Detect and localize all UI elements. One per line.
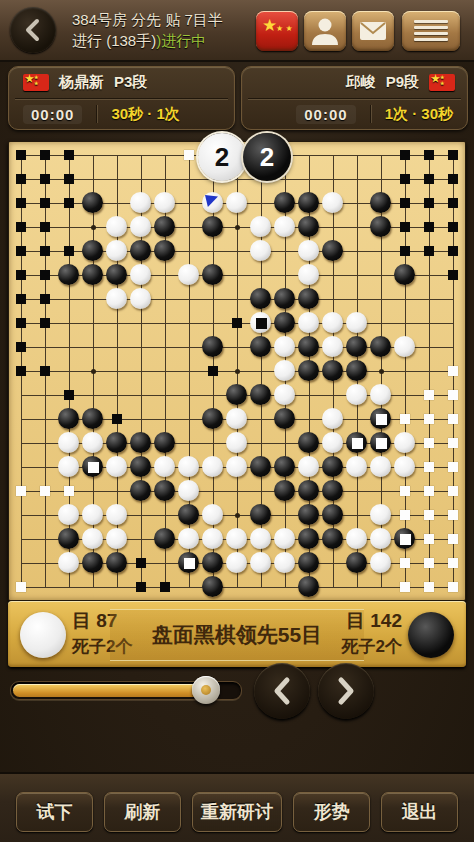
board-cell[interactable] xyxy=(33,191,57,215)
board-cell[interactable] xyxy=(321,215,345,239)
board-cell[interactable] xyxy=(177,359,201,383)
board-cell[interactable] xyxy=(273,359,297,383)
board-cell[interactable] xyxy=(417,383,441,407)
board-cell[interactable] xyxy=(321,239,345,263)
menu-button[interactable] xyxy=(402,11,460,51)
board-cell[interactable] xyxy=(225,239,249,263)
board-cell[interactable] xyxy=(321,263,345,287)
board-cell[interactable] xyxy=(153,527,177,551)
board-cell[interactable] xyxy=(81,263,105,287)
board-cell[interactable] xyxy=(33,311,57,335)
board-cell[interactable] xyxy=(57,503,81,527)
board-cell[interactable] xyxy=(273,431,297,455)
board-cell[interactable] xyxy=(273,407,297,431)
board-cell[interactable] xyxy=(345,431,369,455)
board-cell[interactable] xyxy=(153,407,177,431)
board-cell[interactable] xyxy=(441,191,465,215)
board-cell[interactable] xyxy=(273,383,297,407)
board-cell[interactable] xyxy=(129,575,153,599)
board-cell[interactable] xyxy=(369,335,393,359)
board-cell[interactable] xyxy=(369,455,393,479)
board-cell[interactable] xyxy=(153,455,177,479)
board-cell[interactable] xyxy=(9,407,33,431)
board-cell[interactable] xyxy=(393,239,417,263)
board-cell[interactable] xyxy=(9,311,33,335)
board-cell[interactable] xyxy=(417,407,441,431)
board-cell[interactable] xyxy=(249,383,273,407)
board-cell[interactable] xyxy=(201,551,225,575)
board-cell[interactable] xyxy=(9,431,33,455)
board-cell[interactable] xyxy=(153,575,177,599)
board-cell[interactable] xyxy=(273,527,297,551)
previous-move-button[interactable] xyxy=(254,663,310,719)
board-cell[interactable] xyxy=(33,383,57,407)
board-cell[interactable] xyxy=(9,383,33,407)
board-cell[interactable] xyxy=(393,407,417,431)
board-cell[interactable] xyxy=(345,407,369,431)
board-cell[interactable] xyxy=(345,311,369,335)
board-cell[interactable] xyxy=(393,503,417,527)
try-move-button[interactable]: 试下 xyxy=(16,792,93,832)
board-cell[interactable] xyxy=(81,527,105,551)
board-cell[interactable] xyxy=(417,479,441,503)
board-cell[interactable] xyxy=(201,431,225,455)
board-cell[interactable] xyxy=(441,575,465,599)
board-cell[interactable] xyxy=(9,191,33,215)
board-cell[interactable] xyxy=(297,575,321,599)
board-cell[interactable] xyxy=(57,455,81,479)
board-cell[interactable] xyxy=(33,527,57,551)
board-cell[interactable] xyxy=(441,287,465,311)
board-cell[interactable] xyxy=(321,527,345,551)
board-cell[interactable] xyxy=(129,527,153,551)
board-cell[interactable] xyxy=(153,263,177,287)
board-cell[interactable] xyxy=(153,311,177,335)
board-cell[interactable] xyxy=(297,407,321,431)
board-cell[interactable] xyxy=(417,311,441,335)
next-move-button[interactable] xyxy=(318,663,374,719)
board-cell[interactable] xyxy=(225,215,249,239)
board-cell[interactable] xyxy=(417,239,441,263)
board-cell[interactable] xyxy=(441,311,465,335)
board-cell[interactable] xyxy=(297,455,321,479)
board-cell[interactable] xyxy=(249,191,273,215)
board-cell[interactable] xyxy=(345,503,369,527)
board-cell[interactable] xyxy=(225,575,249,599)
board-cell[interactable] xyxy=(201,479,225,503)
board-cell[interactable] xyxy=(33,335,57,359)
refresh-button[interactable]: 刷新 xyxy=(104,792,181,832)
board-cell[interactable] xyxy=(177,575,201,599)
board-cell[interactable] xyxy=(129,479,153,503)
board-cell[interactable] xyxy=(9,359,33,383)
board-cell[interactable] xyxy=(249,527,273,551)
board-cell[interactable] xyxy=(33,287,57,311)
board-cell[interactable] xyxy=(225,527,249,551)
board-cell[interactable] xyxy=(105,287,129,311)
board-cell[interactable] xyxy=(417,263,441,287)
board-cell[interactable] xyxy=(105,167,129,191)
board-cell[interactable] xyxy=(297,263,321,287)
board-cell[interactable] xyxy=(369,575,393,599)
board-cell[interactable] xyxy=(345,479,369,503)
board-cell[interactable] xyxy=(9,527,33,551)
board-cell[interactable] xyxy=(57,359,81,383)
board-cell[interactable] xyxy=(393,479,417,503)
board-cell[interactable] xyxy=(393,215,417,239)
board-cell[interactable] xyxy=(81,575,105,599)
board-cell[interactable] xyxy=(57,215,81,239)
board-cell[interactable] xyxy=(9,263,33,287)
board-cell[interactable] xyxy=(369,311,393,335)
board-cell[interactable] xyxy=(105,455,129,479)
board-cell[interactable] xyxy=(225,407,249,431)
board-cell[interactable] xyxy=(177,215,201,239)
board-cell[interactable] xyxy=(297,503,321,527)
board-cell[interactable] xyxy=(249,287,273,311)
board-cell[interactable] xyxy=(153,503,177,527)
board-cell[interactable] xyxy=(81,455,105,479)
board-cell[interactable] xyxy=(273,215,297,239)
board-cell[interactable] xyxy=(225,455,249,479)
board-cell[interactable] xyxy=(249,503,273,527)
board-cell[interactable] xyxy=(81,167,105,191)
board-cell[interactable] xyxy=(81,407,105,431)
board-cell[interactable] xyxy=(33,359,57,383)
board-cell[interactable] xyxy=(321,479,345,503)
board-cell[interactable] xyxy=(9,575,33,599)
board-cell[interactable] xyxy=(33,215,57,239)
board-cell[interactable] xyxy=(369,263,393,287)
board-cell[interactable] xyxy=(297,551,321,575)
board-cell[interactable] xyxy=(129,311,153,335)
board-cell[interactable] xyxy=(105,407,129,431)
board-cell[interactable] xyxy=(81,215,105,239)
board-cell[interactable] xyxy=(417,143,441,167)
board-cell[interactable] xyxy=(57,335,81,359)
board-cell[interactable] xyxy=(153,167,177,191)
board-cell[interactable] xyxy=(369,287,393,311)
board-cell[interactable] xyxy=(81,479,105,503)
board-cell[interactable] xyxy=(417,575,441,599)
board-cell[interactable] xyxy=(249,359,273,383)
board-cell[interactable] xyxy=(321,359,345,383)
board-cell[interactable] xyxy=(321,143,345,167)
board-cell[interactable] xyxy=(57,407,81,431)
board-cell[interactable] xyxy=(345,527,369,551)
board-cell[interactable] xyxy=(393,191,417,215)
board-cell[interactable] xyxy=(297,431,321,455)
board-cell[interactable] xyxy=(249,455,273,479)
board-cell[interactable] xyxy=(177,503,201,527)
board-cell[interactable] xyxy=(249,335,273,359)
board-cell[interactable] xyxy=(441,503,465,527)
board-cell[interactable] xyxy=(249,311,273,335)
board-cell[interactable] xyxy=(249,551,273,575)
board-cell[interactable] xyxy=(129,167,153,191)
board-cell[interactable] xyxy=(9,143,33,167)
board-cell[interactable] xyxy=(297,215,321,239)
board-cell[interactable] xyxy=(33,239,57,263)
board-cell[interactable] xyxy=(153,479,177,503)
board-cell[interactable] xyxy=(105,359,129,383)
board-cell[interactable] xyxy=(201,575,225,599)
board-cell[interactable] xyxy=(153,143,177,167)
board-cell[interactable] xyxy=(225,335,249,359)
board-cell[interactable] xyxy=(201,359,225,383)
board-cell[interactable] xyxy=(393,527,417,551)
board-cell[interactable] xyxy=(153,191,177,215)
board-cell[interactable] xyxy=(177,527,201,551)
board-cell[interactable] xyxy=(273,311,297,335)
board-cell[interactable] xyxy=(417,167,441,191)
board-cell[interactable] xyxy=(57,575,81,599)
board-cell[interactable] xyxy=(249,215,273,239)
board-cell[interactable] xyxy=(153,335,177,359)
board-cell[interactable] xyxy=(441,359,465,383)
board-cell[interactable] xyxy=(273,503,297,527)
situation-button[interactable]: 形势 xyxy=(293,792,370,832)
board-cell[interactable] xyxy=(441,551,465,575)
board-cell[interactable] xyxy=(249,575,273,599)
board-cell[interactable] xyxy=(81,551,105,575)
board-cell[interactable] xyxy=(393,335,417,359)
board-cell[interactable] xyxy=(129,455,153,479)
board-cell[interactable] xyxy=(393,167,417,191)
board-cell[interactable] xyxy=(369,479,393,503)
board-cell[interactable] xyxy=(33,551,57,575)
board-cell[interactable] xyxy=(225,359,249,383)
board-cell[interactable] xyxy=(297,527,321,551)
board-cell[interactable] xyxy=(201,455,225,479)
board-cell[interactable] xyxy=(417,191,441,215)
board-cell[interactable] xyxy=(57,167,81,191)
board-cell[interactable] xyxy=(201,263,225,287)
board-cell[interactable] xyxy=(297,143,321,167)
board-cell[interactable] xyxy=(177,239,201,263)
board-cell[interactable] xyxy=(321,455,345,479)
board-cell[interactable] xyxy=(57,287,81,311)
board-cell[interactable] xyxy=(153,215,177,239)
board-cell[interactable] xyxy=(105,503,129,527)
board-cell[interactable] xyxy=(225,551,249,575)
board-cell[interactable] xyxy=(297,335,321,359)
board-cell[interactable] xyxy=(369,143,393,167)
board-cell[interactable] xyxy=(129,551,153,575)
board-cell[interactable] xyxy=(297,239,321,263)
board-cell[interactable] xyxy=(177,191,201,215)
board-cell[interactable] xyxy=(393,287,417,311)
board-cell[interactable] xyxy=(9,167,33,191)
board-cell[interactable] xyxy=(57,479,81,503)
board-cell[interactable] xyxy=(57,311,81,335)
board-cell[interactable] xyxy=(9,503,33,527)
board-cell[interactable] xyxy=(33,575,57,599)
board-cell[interactable] xyxy=(105,143,129,167)
board-cell[interactable] xyxy=(177,407,201,431)
board-cell[interactable] xyxy=(345,575,369,599)
board-cell[interactable] xyxy=(33,431,57,455)
board-cell[interactable] xyxy=(249,407,273,431)
board-cell[interactable] xyxy=(33,503,57,527)
board-cell[interactable] xyxy=(225,191,249,215)
board-cell[interactable] xyxy=(297,383,321,407)
board-cell[interactable] xyxy=(129,215,153,239)
board-cell[interactable] xyxy=(105,335,129,359)
board-cell[interactable] xyxy=(345,335,369,359)
board-cell[interactable] xyxy=(273,551,297,575)
board-cell[interactable] xyxy=(321,503,345,527)
board-cell[interactable] xyxy=(345,359,369,383)
board-cell[interactable] xyxy=(57,191,81,215)
board-cell[interactable] xyxy=(393,431,417,455)
board-cell[interactable] xyxy=(417,359,441,383)
board-cell[interactable] xyxy=(153,551,177,575)
board-cell[interactable] xyxy=(105,527,129,551)
board-cell[interactable] xyxy=(177,311,201,335)
board-cell[interactable] xyxy=(345,143,369,167)
board-cell[interactable] xyxy=(441,215,465,239)
board-cell[interactable] xyxy=(369,239,393,263)
board-cell[interactable] xyxy=(321,311,345,335)
board-cell[interactable] xyxy=(225,479,249,503)
board-cell[interactable] xyxy=(417,503,441,527)
board-cell[interactable] xyxy=(105,239,129,263)
board-cell[interactable] xyxy=(249,239,273,263)
board-cell[interactable] xyxy=(273,287,297,311)
board-cell[interactable] xyxy=(297,287,321,311)
board-cell[interactable] xyxy=(441,479,465,503)
board-cell[interactable] xyxy=(105,191,129,215)
flag-button[interactable]: ★ ★ ★ xyxy=(256,11,298,51)
board-cell[interactable] xyxy=(393,359,417,383)
board-cell[interactable] xyxy=(9,287,33,311)
restart-review-button[interactable]: 重新研讨 xyxy=(192,792,282,832)
board-cell[interactable] xyxy=(81,239,105,263)
board-cell[interactable] xyxy=(225,263,249,287)
board-cell[interactable] xyxy=(441,143,465,167)
board-cell[interactable] xyxy=(441,527,465,551)
board-cell[interactable] xyxy=(417,431,441,455)
board-cell[interactable] xyxy=(9,335,33,359)
board-cell[interactable] xyxy=(201,287,225,311)
board-cell[interactable] xyxy=(153,239,177,263)
board-cell[interactable] xyxy=(105,479,129,503)
board-cell[interactable] xyxy=(81,383,105,407)
board-cell[interactable] xyxy=(249,263,273,287)
board-cell[interactable] xyxy=(369,431,393,455)
board-cell[interactable] xyxy=(57,143,81,167)
board-cell[interactable] xyxy=(201,239,225,263)
board-cell[interactable] xyxy=(201,527,225,551)
move-slider[interactable] xyxy=(10,681,242,700)
player-info-button[interactable] xyxy=(304,11,346,51)
board-cell[interactable] xyxy=(393,143,417,167)
board-cell[interactable] xyxy=(201,311,225,335)
board-cell[interactable] xyxy=(369,167,393,191)
board-cell[interactable] xyxy=(129,335,153,359)
board-cell[interactable] xyxy=(105,431,129,455)
board-cell[interactable] xyxy=(273,575,297,599)
board-cell[interactable] xyxy=(417,287,441,311)
board-cell[interactable] xyxy=(129,383,153,407)
board-cell[interactable] xyxy=(9,479,33,503)
board-cell[interactable] xyxy=(369,383,393,407)
board-cell[interactable] xyxy=(273,239,297,263)
board-cell[interactable] xyxy=(345,239,369,263)
board-cell[interactable] xyxy=(345,215,369,239)
board-cell[interactable] xyxy=(105,551,129,575)
board-cell[interactable] xyxy=(33,143,57,167)
board-cell[interactable] xyxy=(441,455,465,479)
board-cell[interactable] xyxy=(9,239,33,263)
board-cell[interactable] xyxy=(441,335,465,359)
board-cell[interactable] xyxy=(417,551,441,575)
board-cell[interactable] xyxy=(57,383,81,407)
board-cell[interactable] xyxy=(201,383,225,407)
board-cell[interactable] xyxy=(33,263,57,287)
board-cell[interactable] xyxy=(225,311,249,335)
board-cell[interactable] xyxy=(321,575,345,599)
board-cell[interactable] xyxy=(393,383,417,407)
board-cell[interactable] xyxy=(345,551,369,575)
board-cell[interactable] xyxy=(273,263,297,287)
board-cell[interactable] xyxy=(201,191,225,215)
board-cell[interactable] xyxy=(201,503,225,527)
board-cell[interactable] xyxy=(177,551,201,575)
board-cell[interactable] xyxy=(393,575,417,599)
board-cell[interactable] xyxy=(297,479,321,503)
board-cell[interactable] xyxy=(153,359,177,383)
board-cell[interactable] xyxy=(273,479,297,503)
board-cell[interactable] xyxy=(57,431,81,455)
board-cell[interactable] xyxy=(9,455,33,479)
board-cell[interactable] xyxy=(177,167,201,191)
board-cell[interactable] xyxy=(33,479,57,503)
board-cell[interactable] xyxy=(81,359,105,383)
board-cell[interactable] xyxy=(105,311,129,335)
exit-button[interactable]: 退出 xyxy=(381,792,458,832)
board-cell[interactable] xyxy=(57,527,81,551)
board-cell[interactable] xyxy=(345,455,369,479)
board-cell[interactable] xyxy=(129,503,153,527)
board-cell[interactable] xyxy=(369,191,393,215)
board-cell[interactable] xyxy=(129,407,153,431)
board-cell[interactable] xyxy=(129,431,153,455)
board-cell[interactable] xyxy=(57,263,81,287)
board-cell[interactable] xyxy=(321,335,345,359)
board-cell[interactable] xyxy=(321,191,345,215)
board-cell[interactable] xyxy=(81,335,105,359)
board-cell[interactable] xyxy=(369,527,393,551)
board-cell[interactable] xyxy=(33,407,57,431)
board-cell[interactable] xyxy=(225,287,249,311)
board-cell[interactable] xyxy=(177,335,201,359)
board-cell[interactable] xyxy=(441,407,465,431)
board-cell[interactable] xyxy=(201,335,225,359)
board-cell[interactable] xyxy=(129,239,153,263)
board-cell[interactable] xyxy=(321,167,345,191)
board-cell[interactable] xyxy=(57,239,81,263)
board-cell[interactable] xyxy=(393,311,417,335)
board-cell[interactable] xyxy=(345,287,369,311)
board-cell[interactable] xyxy=(105,383,129,407)
board-cell[interactable] xyxy=(369,407,393,431)
board-cell[interactable] xyxy=(321,431,345,455)
board-cell[interactable] xyxy=(177,431,201,455)
board-cell[interactable] xyxy=(105,215,129,239)
board-cell[interactable] xyxy=(345,263,369,287)
